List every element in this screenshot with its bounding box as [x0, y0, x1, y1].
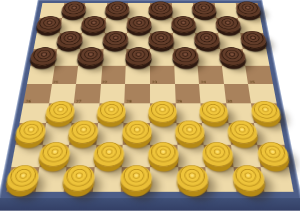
dark-man[interactable] [149, 31, 175, 49]
dark-square-36[interactable]: 36 [15, 123, 45, 144]
square-number: 22 [102, 81, 107, 84]
dark-square-45[interactable]: 45 [258, 145, 289, 168]
light-man[interactable] [38, 142, 71, 167]
dark-square-49[interactable]: 49 [178, 167, 208, 191]
dark-square-17[interactable]: 17 [78, 49, 103, 66]
light-square [150, 49, 174, 66]
dark-square-10[interactable]: 10 [216, 18, 240, 33]
dark-square-15[interactable]: 15 [241, 33, 267, 49]
light-square [93, 167, 123, 191]
light-man[interactable] [256, 142, 290, 167]
light-square [197, 49, 222, 66]
light-square [27, 66, 54, 84]
dark-man[interactable] [125, 47, 151, 66]
dark-square-1[interactable]: 1 [62, 3, 86, 18]
square-number: 27 [76, 100, 81, 103]
dark-square-40[interactable]: 40 [228, 123, 257, 144]
board-front-edge [0, 198, 300, 211]
light-square [35, 167, 66, 191]
dark-square-37[interactable]: 37 [69, 123, 98, 144]
light-man[interactable] [149, 142, 179, 167]
square-number: 21 [53, 81, 58, 84]
checkers-app: 1234567891011121314151617181920212223242… [0, 0, 300, 213]
dark-man[interactable] [105, 2, 130, 18]
dark-man[interactable] [56, 31, 84, 49]
square-number: 26 [25, 100, 31, 103]
square-number: 25 [249, 81, 254, 84]
light-square [125, 66, 150, 84]
dark-square-12[interactable]: 12 [103, 33, 127, 49]
dark-square-23[interactable]: 23 [150, 66, 175, 84]
dark-square-27[interactable]: 27 [74, 84, 101, 103]
dark-square-5[interactable]: 5 [236, 3, 260, 18]
light-man[interactable] [176, 165, 208, 192]
dark-square-9[interactable]: 9 [172, 18, 195, 33]
dark-man[interactable] [61, 2, 87, 18]
dark-square-7[interactable]: 7 [82, 18, 106, 33]
dark-man[interactable] [126, 16, 151, 33]
square-number: 24 [200, 81, 205, 84]
dark-square-3[interactable]: 3 [150, 3, 172, 18]
light-man[interactable] [149, 101, 178, 123]
dark-square-50[interactable]: 50 [233, 167, 264, 191]
light-square [261, 167, 293, 191]
dark-square-16[interactable]: 16 [30, 49, 56, 66]
dark-square-4[interactable]: 4 [193, 3, 216, 18]
dark-square-24[interactable]: 24 [198, 66, 224, 84]
light-square [76, 66, 102, 84]
dark-man[interactable] [77, 47, 105, 66]
dark-man[interactable] [194, 31, 221, 49]
light-man[interactable] [250, 101, 282, 123]
dark-square-46[interactable]: 46 [6, 167, 38, 191]
light-square [222, 66, 249, 84]
dark-square-26[interactable]: 26 [23, 84, 51, 103]
dark-square-28[interactable]: 28 [125, 84, 150, 103]
dark-square-39[interactable]: 39 [176, 123, 204, 144]
dark-square-22[interactable]: 22 [101, 66, 126, 84]
light-man[interactable] [93, 142, 124, 167]
dark-square-47[interactable]: 47 [64, 167, 95, 191]
dark-man[interactable] [172, 47, 199, 66]
light-man[interactable] [122, 121, 152, 144]
dark-square-8[interactable]: 8 [127, 18, 150, 33]
dark-square-35[interactable]: 35 [251, 103, 280, 123]
dark-man[interactable] [171, 16, 196, 33]
light-square [206, 167, 237, 191]
board-grid: 1234567891011121314151617181920212223242… [6, 3, 293, 192]
light-square [54, 49, 80, 66]
square-number: 30 [227, 100, 232, 103]
dark-man[interactable] [81, 16, 107, 33]
dark-square-25[interactable]: 25 [246, 66, 273, 84]
dark-man[interactable] [102, 31, 128, 49]
checkers-board: 1234567891011121314151617181920212223242… [0, 0, 300, 211]
dark-square-41[interactable]: 41 [39, 145, 69, 168]
dark-square-21[interactable]: 21 [52, 66, 79, 84]
dark-square-18[interactable]: 18 [126, 49, 150, 66]
dark-square-2[interactable]: 2 [106, 3, 129, 18]
dark-square-13[interactable]: 13 [150, 33, 173, 49]
light-square [150, 167, 179, 191]
dark-square-33[interactable]: 33 [150, 103, 176, 123]
dark-square-30[interactable]: 30 [224, 84, 251, 103]
dark-square-20[interactable]: 20 [220, 49, 246, 66]
dark-square-32[interactable]: 32 [98, 103, 125, 123]
square-number: 28 [126, 100, 131, 103]
light-man[interactable] [97, 101, 126, 123]
light-man[interactable] [44, 101, 75, 123]
dark-square-19[interactable]: 19 [173, 49, 198, 66]
light-man[interactable] [175, 121, 205, 144]
square-number: 29 [177, 100, 182, 103]
light-man[interactable] [120, 165, 151, 192]
dark-square-29[interactable]: 29 [175, 84, 201, 103]
light-man[interactable] [63, 165, 96, 192]
dark-square-38[interactable]: 38 [123, 123, 150, 144]
dark-square-14[interactable]: 14 [195, 33, 220, 49]
light-square [102, 49, 127, 66]
light-square [174, 66, 199, 84]
dark-man[interactable] [149, 2, 173, 18]
dark-square-34[interactable]: 34 [201, 103, 229, 123]
dark-square-11[interactable]: 11 [57, 33, 82, 49]
light-square [243, 49, 270, 66]
dark-square-6[interactable]: 6 [37, 18, 62, 33]
square-number: 23 [151, 81, 156, 84]
dark-square-43[interactable]: 43 [150, 145, 178, 168]
dark-square-48[interactable]: 48 [121, 167, 150, 191]
light-man[interactable] [68, 121, 99, 144]
dark-square-44[interactable]: 44 [204, 145, 234, 168]
dark-square-31[interactable]: 31 [46, 103, 74, 123]
dark-square-42[interactable]: 42 [94, 145, 123, 168]
dark-man[interactable] [192, 2, 217, 18]
